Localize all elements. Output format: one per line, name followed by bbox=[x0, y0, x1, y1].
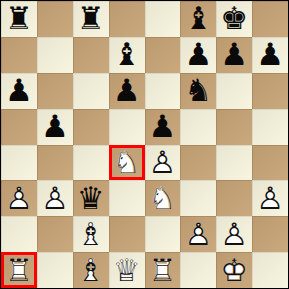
white-king-icon[interactable]: ♚♔ bbox=[216, 252, 252, 288]
square-e1[interactable]: ♜♖ bbox=[145, 252, 181, 288]
square-a6[interactable]: ♟ bbox=[1, 73, 37, 109]
square-f5[interactable] bbox=[180, 109, 216, 145]
square-h6[interactable] bbox=[252, 73, 288, 109]
white-knight-icon[interactable]: ♞♘ bbox=[145, 180, 181, 216]
square-c1[interactable]: ♝♗ bbox=[73, 252, 109, 288]
white-pawn-icon[interactable]: ♟♙ bbox=[216, 216, 252, 252]
square-e8[interactable] bbox=[145, 1, 181, 37]
square-b3[interactable]: ♟♙ bbox=[37, 180, 73, 216]
square-c3[interactable]: ♛ bbox=[73, 180, 109, 216]
black-bishop-icon[interactable]: ♝ bbox=[180, 1, 216, 37]
square-e2[interactable] bbox=[145, 216, 181, 252]
black-queen-icon[interactable]: ♛ bbox=[73, 180, 109, 216]
square-h8[interactable] bbox=[252, 1, 288, 37]
square-b2[interactable] bbox=[37, 216, 73, 252]
square-d5[interactable] bbox=[109, 109, 145, 145]
black-knight-icon[interactable]: ♞ bbox=[180, 73, 216, 109]
square-a1-highlighted[interactable]: ♜♖ bbox=[1, 252, 37, 288]
square-a3[interactable]: ♟♙ bbox=[1, 180, 37, 216]
square-d6[interactable]: ♟ bbox=[109, 73, 145, 109]
black-pawn-icon[interactable]: ♟ bbox=[216, 37, 252, 73]
white-knight-icon[interactable]: ♞♘ bbox=[109, 145, 145, 181]
square-b8[interactable] bbox=[37, 1, 73, 37]
square-e4[interactable]: ♟♙ bbox=[145, 145, 181, 181]
white-pawn-icon[interactable]: ♟♙ bbox=[252, 180, 288, 216]
square-d2[interactable] bbox=[109, 216, 145, 252]
black-pawn-icon[interactable]: ♟ bbox=[180, 37, 216, 73]
square-h3[interactable]: ♟♙ bbox=[252, 180, 288, 216]
black-pawn-icon[interactable]: ♟ bbox=[1, 73, 37, 109]
black-rook-icon[interactable]: ♜ bbox=[73, 1, 109, 37]
square-a7[interactable] bbox=[1, 37, 37, 73]
square-f6[interactable]: ♞ bbox=[180, 73, 216, 109]
square-d4-highlighted[interactable]: ♞♘ bbox=[109, 145, 145, 181]
square-g5[interactable] bbox=[216, 109, 252, 145]
square-g7[interactable]: ♟ bbox=[216, 37, 252, 73]
square-a8[interactable]: ♜ bbox=[1, 1, 37, 37]
white-rook-icon[interactable]: ♜♖ bbox=[145, 252, 181, 288]
square-d1[interactable]: ♛♕ bbox=[109, 252, 145, 288]
square-e6[interactable] bbox=[145, 73, 181, 109]
square-e5[interactable]: ♟ bbox=[145, 109, 181, 145]
black-king-icon[interactable]: ♚ bbox=[216, 1, 252, 37]
white-pawn-icon[interactable]: ♟♙ bbox=[37, 180, 73, 216]
square-g4[interactable] bbox=[216, 145, 252, 181]
white-pawn-icon[interactable]: ♟♙ bbox=[180, 216, 216, 252]
square-a4[interactable] bbox=[1, 145, 37, 181]
square-g3[interactable] bbox=[216, 180, 252, 216]
square-f3[interactable] bbox=[180, 180, 216, 216]
square-e7[interactable] bbox=[145, 37, 181, 73]
square-c7[interactable] bbox=[73, 37, 109, 73]
black-bishop-icon[interactable]: ♝ bbox=[109, 37, 145, 73]
black-rook-icon[interactable]: ♜ bbox=[1, 1, 37, 37]
square-f1[interactable] bbox=[180, 252, 216, 288]
square-f7[interactable]: ♟ bbox=[180, 37, 216, 73]
square-h4[interactable] bbox=[252, 145, 288, 181]
black-pawn-icon[interactable]: ♟ bbox=[145, 109, 181, 145]
square-b7[interactable] bbox=[37, 37, 73, 73]
black-pawn-icon[interactable]: ♟ bbox=[37, 109, 73, 145]
square-h1[interactable] bbox=[252, 252, 288, 288]
square-b4[interactable] bbox=[37, 145, 73, 181]
square-g6[interactable] bbox=[216, 73, 252, 109]
square-e3[interactable]: ♞♘ bbox=[145, 180, 181, 216]
square-d8[interactable] bbox=[109, 1, 145, 37]
square-g1[interactable]: ♚♔ bbox=[216, 252, 252, 288]
square-h7[interactable]: ♟ bbox=[252, 37, 288, 73]
square-g2[interactable]: ♟♙ bbox=[216, 216, 252, 252]
white-pawn-icon[interactable]: ♟♙ bbox=[1, 180, 37, 216]
square-c4[interactable] bbox=[73, 145, 109, 181]
square-h2[interactable] bbox=[252, 216, 288, 252]
square-c6[interactable] bbox=[73, 73, 109, 109]
square-c2[interactable]: ♝♗ bbox=[73, 216, 109, 252]
white-bishop-icon[interactable]: ♝♗ bbox=[73, 252, 109, 288]
square-f8[interactable]: ♝ bbox=[180, 1, 216, 37]
white-bishop-icon[interactable]: ♝♗ bbox=[73, 216, 109, 252]
square-a2[interactable] bbox=[1, 216, 37, 252]
square-d7[interactable]: ♝ bbox=[109, 37, 145, 73]
white-rook-icon[interactable]: ♜♖ bbox=[1, 252, 37, 288]
square-d3[interactable] bbox=[109, 180, 145, 216]
white-pawn-icon[interactable]: ♟♙ bbox=[145, 145, 181, 181]
white-queen-icon[interactable]: ♛♕ bbox=[109, 252, 145, 288]
square-f2[interactable]: ♟♙ bbox=[180, 216, 216, 252]
square-b5[interactable]: ♟ bbox=[37, 109, 73, 145]
square-f4[interactable] bbox=[180, 145, 216, 181]
square-c5[interactable] bbox=[73, 109, 109, 145]
square-b6[interactable] bbox=[37, 73, 73, 109]
square-g8[interactable]: ♚ bbox=[216, 1, 252, 37]
chess-board: ♜♜♝♚♝♟♟♟♟♟♞♟♟♞♘♟♙♟♙♟♙♛♞♘♟♙♝♗♟♙♟♙♜♖♝♗♛♕♜♖… bbox=[0, 0, 289, 289]
square-b1[interactable] bbox=[37, 252, 73, 288]
square-a5[interactable] bbox=[1, 109, 37, 145]
black-pawn-icon[interactable]: ♟ bbox=[252, 37, 288, 73]
square-c8[interactable]: ♜ bbox=[73, 1, 109, 37]
square-h5[interactable] bbox=[252, 109, 288, 145]
black-pawn-icon[interactable]: ♟ bbox=[109, 73, 145, 109]
